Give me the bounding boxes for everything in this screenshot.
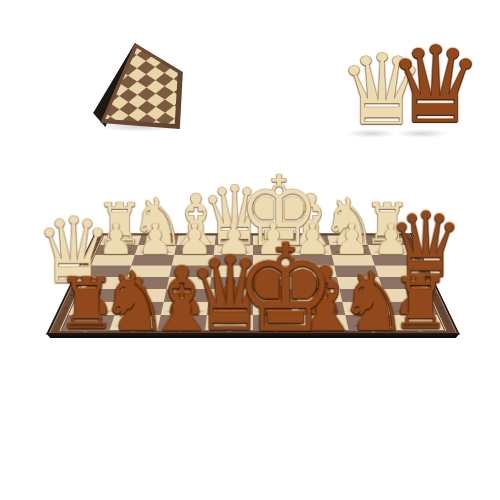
chessboard-scene: aabbccddeeffgghh1122334455667788 ♜♞♝♛♚♝♞… [74, 84, 433, 470]
chessboard: aabbccddeeffgghh1122334455667788 ♜♞♝♛♚♝♞… [46, 233, 460, 335]
board-front-edge [46, 333, 460, 338]
dark-king[interactable]: ♚ [234, 229, 319, 332]
product-photo-stage: ♛ ♛ aabbccddeeffgghh1122334455667788 ♜♞♝… [0, 0, 500, 500]
piece-layer: ♜♞♝♛♚♝♞♜♟♟♟♟♟♟♟♟♛♛♟♟♟♟♟♟♟♟♜♞♝♛♚♝♞♜ [46, 233, 460, 335]
